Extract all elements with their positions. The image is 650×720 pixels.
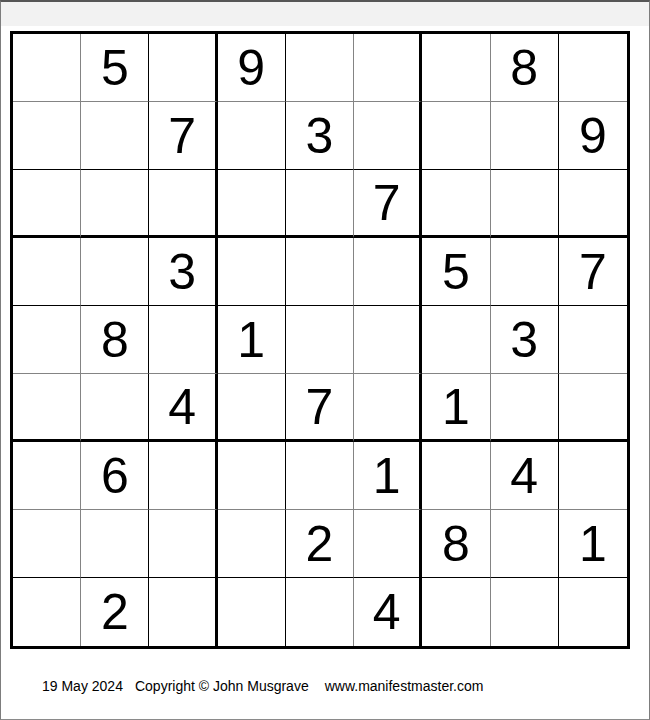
sudoku-cell-r8c7[interactable]: 8 — [422, 510, 490, 578]
sudoku-cell-r3c9[interactable] — [559, 170, 627, 238]
sudoku-cell-r7c1[interactable] — [13, 442, 81, 510]
sudoku-cell-r6c1[interactable] — [13, 374, 81, 442]
sudoku-cell-r2c5[interactable]: 3 — [286, 102, 354, 170]
sudoku-cell-r4c4[interactable] — [218, 238, 286, 306]
sudoku-cell-r2c8[interactable] — [491, 102, 559, 170]
sudoku-cell-r7c3[interactable] — [149, 442, 217, 510]
sudoku-cell-r6c2[interactable] — [81, 374, 149, 442]
sudoku-cell-r7c4[interactable] — [218, 442, 286, 510]
sudoku-cell-r6c7[interactable]: 1 — [422, 374, 490, 442]
sudoku-cell-r9c9[interactable] — [559, 578, 627, 646]
sudoku-cell-r4c5[interactable] — [286, 238, 354, 306]
sudoku-cell-r5c4[interactable]: 1 — [218, 306, 286, 374]
sudoku-cell-r4c1[interactable] — [13, 238, 81, 306]
sudoku-cell-r7c9[interactable] — [559, 442, 627, 510]
sudoku-cell-r5c2[interactable]: 8 — [81, 306, 149, 374]
sudoku-cell-r2c4[interactable] — [218, 102, 286, 170]
sudoku-cell-r4c7[interactable]: 5 — [422, 238, 490, 306]
sudoku-cell-r5c8[interactable]: 3 — [491, 306, 559, 374]
sudoku-cell-r3c5[interactable] — [286, 170, 354, 238]
sudoku-cell-r4c2[interactable] — [81, 238, 149, 306]
puzzle-date: 19 May 2024 — [42, 678, 123, 694]
sudoku-cell-r1c2[interactable]: 5 — [81, 34, 149, 102]
sudoku-cell-r7c2[interactable]: 6 — [81, 442, 149, 510]
sudoku-cell-r2c7[interactable] — [422, 102, 490, 170]
sudoku-cell-r4c9[interactable]: 7 — [559, 238, 627, 306]
sudoku-cell-r3c4[interactable] — [218, 170, 286, 238]
sudoku-cell-r8c2[interactable] — [81, 510, 149, 578]
sudoku-cell-r2c9[interactable]: 9 — [559, 102, 627, 170]
sudoku-board: 598739735781347161428124 — [10, 31, 630, 649]
sudoku-cell-r9c4[interactable] — [218, 578, 286, 646]
sudoku-cell-r8c1[interactable] — [13, 510, 81, 578]
sudoku-cell-r6c5[interactable]: 7 — [286, 374, 354, 442]
sudoku-cell-r5c5[interactable] — [286, 306, 354, 374]
sudoku-cell-r3c8[interactable] — [491, 170, 559, 238]
sudoku-cell-r5c1[interactable] — [13, 306, 81, 374]
sudoku-cell-r3c2[interactable] — [81, 170, 149, 238]
sudoku-cell-r1c5[interactable] — [286, 34, 354, 102]
sudoku-cell-r4c3[interactable]: 3 — [149, 238, 217, 306]
sudoku-cell-r3c3[interactable] — [149, 170, 217, 238]
sudoku-cell-r1c4[interactable]: 9 — [218, 34, 286, 102]
sudoku-cell-r3c6[interactable]: 7 — [354, 170, 422, 238]
sudoku-cell-r9c3[interactable] — [149, 578, 217, 646]
sudoku-cell-r6c6[interactable] — [354, 374, 422, 442]
sudoku-cell-r9c7[interactable] — [422, 578, 490, 646]
sudoku-cell-r8c9[interactable]: 1 — [559, 510, 627, 578]
sudoku-cell-r3c7[interactable] — [422, 170, 490, 238]
sudoku-cell-r9c2[interactable]: 2 — [81, 578, 149, 646]
sudoku-cell-r8c4[interactable] — [218, 510, 286, 578]
sudoku-cell-r4c8[interactable] — [491, 238, 559, 306]
sudoku-cell-r6c8[interactable] — [491, 374, 559, 442]
sudoku-cell-r1c7[interactable] — [422, 34, 490, 102]
sudoku-cell-r2c1[interactable] — [13, 102, 81, 170]
page: 598739735781347161428124 19 May 2024Copy… — [0, 0, 650, 720]
sudoku-cell-r1c1[interactable] — [13, 34, 81, 102]
sudoku-cell-r8c3[interactable] — [149, 510, 217, 578]
sudoku-cell-r8c6[interactable] — [354, 510, 422, 578]
sudoku-cell-r6c9[interactable] — [559, 374, 627, 442]
sudoku-cell-r2c2[interactable] — [81, 102, 149, 170]
sudoku-cell-r1c9[interactable] — [559, 34, 627, 102]
sudoku-cell-r9c5[interactable] — [286, 578, 354, 646]
sudoku-cell-r9c8[interactable] — [491, 578, 559, 646]
sudoku-cell-r5c7[interactable] — [422, 306, 490, 374]
sudoku-cell-r7c5[interactable] — [286, 442, 354, 510]
sudoku-cell-r3c1[interactable] — [13, 170, 81, 238]
sudoku-cell-r1c3[interactable] — [149, 34, 217, 102]
sudoku-cell-r7c8[interactable]: 4 — [491, 442, 559, 510]
sudoku-cell-r1c6[interactable] — [354, 34, 422, 102]
sudoku-cell-r5c3[interactable] — [149, 306, 217, 374]
sudoku-cell-r2c6[interactable] — [354, 102, 422, 170]
sudoku-cell-r7c7[interactable] — [422, 442, 490, 510]
sudoku-cell-r8c8[interactable] — [491, 510, 559, 578]
top-strip — [1, 2, 649, 26]
sudoku-cell-r5c6[interactable] — [354, 306, 422, 374]
sudoku-cell-r8c5[interactable]: 2 — [286, 510, 354, 578]
sudoku-cell-r4c6[interactable] — [354, 238, 422, 306]
copyright-text: Copyright © John Musgrave — [135, 678, 309, 694]
sudoku-cell-r7c6[interactable]: 1 — [354, 442, 422, 510]
sudoku-cell-r5c9[interactable] — [559, 306, 627, 374]
footer: 19 May 2024Copyright © John Musgravewww.… — [42, 678, 483, 694]
sudoku-cell-r6c4[interactable] — [218, 374, 286, 442]
sudoku-cell-r9c1[interactable] — [13, 578, 81, 646]
website-url: www.manifestmaster.com — [325, 678, 484, 694]
sudoku-cell-r2c3[interactable]: 7 — [149, 102, 217, 170]
sudoku-cell-r1c8[interactable]: 8 — [491, 34, 559, 102]
sudoku-cell-r9c6[interactable]: 4 — [354, 578, 422, 646]
sudoku-cell-r6c3[interactable]: 4 — [149, 374, 217, 442]
